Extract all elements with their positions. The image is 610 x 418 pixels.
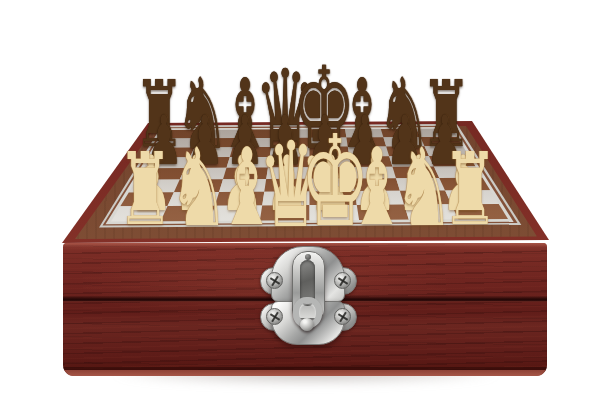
chess-box-scene: ♜♞♝♛♚♝♞♜♟♟♟♟♟♟♟♟♟♟♟♟♟♟♟♟♜♞♝♛♚♝♞♜: [0, 0, 610, 418]
latch: [263, 245, 353, 345]
latch-catch-ball: [300, 318, 314, 331]
bottom-edge-highlight: [63, 370, 547, 376]
box-front: [63, 243, 547, 376]
screw-bottom-right: [334, 308, 351, 325]
screw-bottom-left: [266, 308, 283, 325]
piece-white-rook-h1[interactable]: ♜: [442, 140, 498, 240]
piece-white-rook-a1[interactable]: ♜: [117, 140, 173, 240]
screw-top-right: [334, 272, 351, 289]
screw-top-left: [266, 272, 283, 289]
